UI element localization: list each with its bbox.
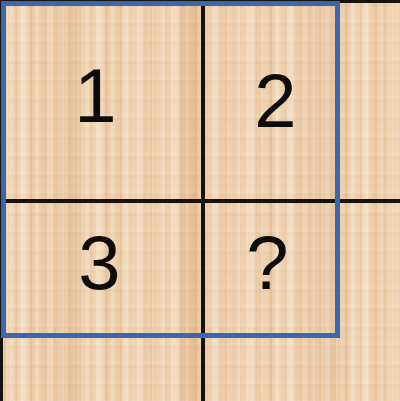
wood-board: 1 2 3 ? bbox=[0, 0, 400, 401]
highlight-rectangle bbox=[1, 1, 340, 338]
